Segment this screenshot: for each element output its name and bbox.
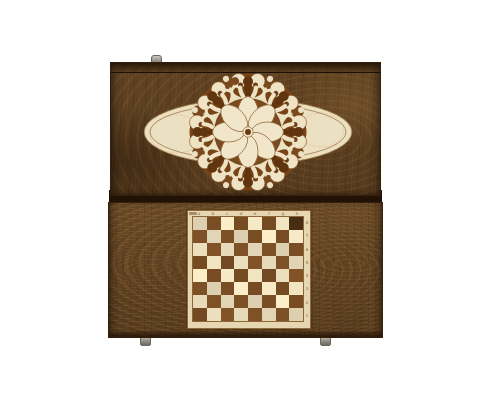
- square-h1[interactable]: [289, 308, 303, 321]
- square-h7[interactable]: [289, 230, 303, 243]
- square-b8[interactable]: [207, 217, 221, 230]
- square-a2[interactable]: [193, 295, 207, 308]
- square-e8[interactable]: [248, 217, 262, 230]
- square-e3[interactable]: [248, 282, 262, 295]
- box-lid: [110, 62, 381, 196]
- square-b3[interactable]: [207, 282, 221, 295]
- square-f6[interactable]: [262, 243, 276, 256]
- square-c2[interactable]: [221, 295, 235, 308]
- square-h2[interactable]: [289, 295, 303, 308]
- square-a1[interactable]: [193, 308, 207, 321]
- square-g6[interactable]: [276, 243, 290, 256]
- square-b2[interactable]: [207, 295, 221, 308]
- rank-label-2: 2: [304, 300, 310, 305]
- chess-board-grid: [192, 216, 304, 322]
- square-f1[interactable]: [262, 308, 276, 321]
- square-f4[interactable]: [262, 269, 276, 282]
- square-f2[interactable]: [262, 295, 276, 308]
- square-d3[interactable]: [234, 282, 248, 295]
- square-g2[interactable]: [276, 295, 290, 308]
- rank-label-6: 6: [304, 247, 310, 252]
- rank-label-8: 8: [304, 220, 310, 225]
- product-photo-scene: abcdefgh 87654321: [0, 0, 500, 400]
- square-c8[interactable]: [221, 217, 235, 230]
- square-f7[interactable]: [262, 230, 276, 243]
- square-b4[interactable]: [207, 269, 221, 282]
- square-d1[interactable]: [234, 308, 248, 321]
- square-h6[interactable]: [289, 243, 303, 256]
- square-d8[interactable]: [234, 217, 248, 230]
- rank-label-4: 4: [304, 273, 310, 278]
- box-base: abcdefgh 87654321: [108, 202, 383, 338]
- square-e5[interactable]: [248, 256, 262, 269]
- square-g4[interactable]: [276, 269, 290, 282]
- square-b7[interactable]: [207, 230, 221, 243]
- square-d5[interactable]: [234, 256, 248, 269]
- rank-label-7: 7: [304, 233, 310, 238]
- rosette-center: [245, 129, 251, 135]
- square-h4[interactable]: [289, 269, 303, 282]
- square-h8[interactable]: [289, 217, 303, 230]
- square-g3[interactable]: [276, 282, 290, 295]
- square-a7[interactable]: [193, 230, 207, 243]
- square-f5[interactable]: [262, 256, 276, 269]
- square-a6[interactable]: [193, 243, 207, 256]
- square-b5[interactable]: [207, 256, 221, 269]
- square-e2[interactable]: [248, 295, 262, 308]
- square-c4[interactable]: [221, 269, 235, 282]
- square-f8[interactable]: [262, 217, 276, 230]
- square-b1[interactable]: [207, 308, 221, 321]
- square-f3[interactable]: [262, 282, 276, 295]
- square-g8[interactable]: [276, 217, 290, 230]
- square-h3[interactable]: [289, 282, 303, 295]
- square-a4[interactable]: [193, 269, 207, 282]
- square-a8[interactable]: [193, 217, 207, 230]
- square-d2[interactable]: [234, 295, 248, 308]
- square-a3[interactable]: [193, 282, 207, 295]
- square-g7[interactable]: [276, 230, 290, 243]
- square-e4[interactable]: [248, 269, 262, 282]
- rank-label-1: 1: [304, 313, 310, 318]
- square-c7[interactable]: [221, 230, 235, 243]
- square-c6[interactable]: [221, 243, 235, 256]
- rank-label-3: 3: [304, 286, 310, 291]
- square-a5[interactable]: [193, 256, 207, 269]
- rank-label-5: 5: [304, 260, 310, 265]
- square-e6[interactable]: [248, 243, 262, 256]
- square-b6[interactable]: [207, 243, 221, 256]
- rosette: [181, 70, 314, 194]
- square-g1[interactable]: [276, 308, 290, 321]
- rank-labels: 87654321: [304, 216, 310, 322]
- square-e1[interactable]: [248, 308, 262, 321]
- square-c1[interactable]: [221, 308, 235, 321]
- square-h5[interactable]: [289, 256, 303, 269]
- carved-rosette-plaque: [136, 70, 360, 194]
- square-d6[interactable]: [234, 243, 248, 256]
- chess-board: abcdefgh 87654321: [187, 210, 311, 329]
- square-g5[interactable]: [276, 256, 290, 269]
- square-d4[interactable]: [234, 269, 248, 282]
- square-d7[interactable]: [234, 230, 248, 243]
- square-c5[interactable]: [221, 256, 235, 269]
- square-c3[interactable]: [221, 282, 235, 295]
- square-e7[interactable]: [248, 230, 262, 243]
